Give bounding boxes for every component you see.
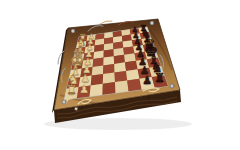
square-e6 [124,53,136,62]
square-h3 [90,84,103,97]
metal-inlay-disc [170,84,174,88]
square-h5 [115,81,129,94]
inlay-square [75,107,78,110]
square-e3 [93,58,104,67]
piece-black-rook-h8: ♜ [154,70,165,85]
square-g3 [91,74,103,85]
square-g6 [126,69,139,80]
square-g5 [115,71,128,82]
chess-set-photo: ♜♟♟♜♞♟♟♞♝♟♟♝♛♟♟♛♚♟♟♚♝♟♟♝♞♟♟♞♜♟♟♜ [0,0,240,150]
piece-white-pawn-h2: ♟ [79,83,89,96]
square-e5 [114,55,125,64]
square-h6 [127,79,141,92]
piece-white-rook-h1: ♜ [66,82,77,97]
square-h4 [103,82,116,95]
square-d4 [104,49,114,57]
square-e4 [103,56,114,65]
piece-black-pawn-h7: ♟ [142,74,152,87]
metal-inlay-disc [62,100,66,104]
metal-inlay-disc [71,29,75,33]
chess-board-scene: ♜♟♟♜♞♟♟♞♝♟♟♝♛♟♟♛♚♟♟♚♝♟♟♝♞♟♟♞♜♟♟♜ [0,0,240,150]
square-f3 [92,65,104,75]
square-f6 [125,61,138,71]
square-f4 [103,64,114,74]
metal-inlay-disc [150,21,154,25]
square-f5 [114,62,126,72]
square-g4 [103,73,115,84]
